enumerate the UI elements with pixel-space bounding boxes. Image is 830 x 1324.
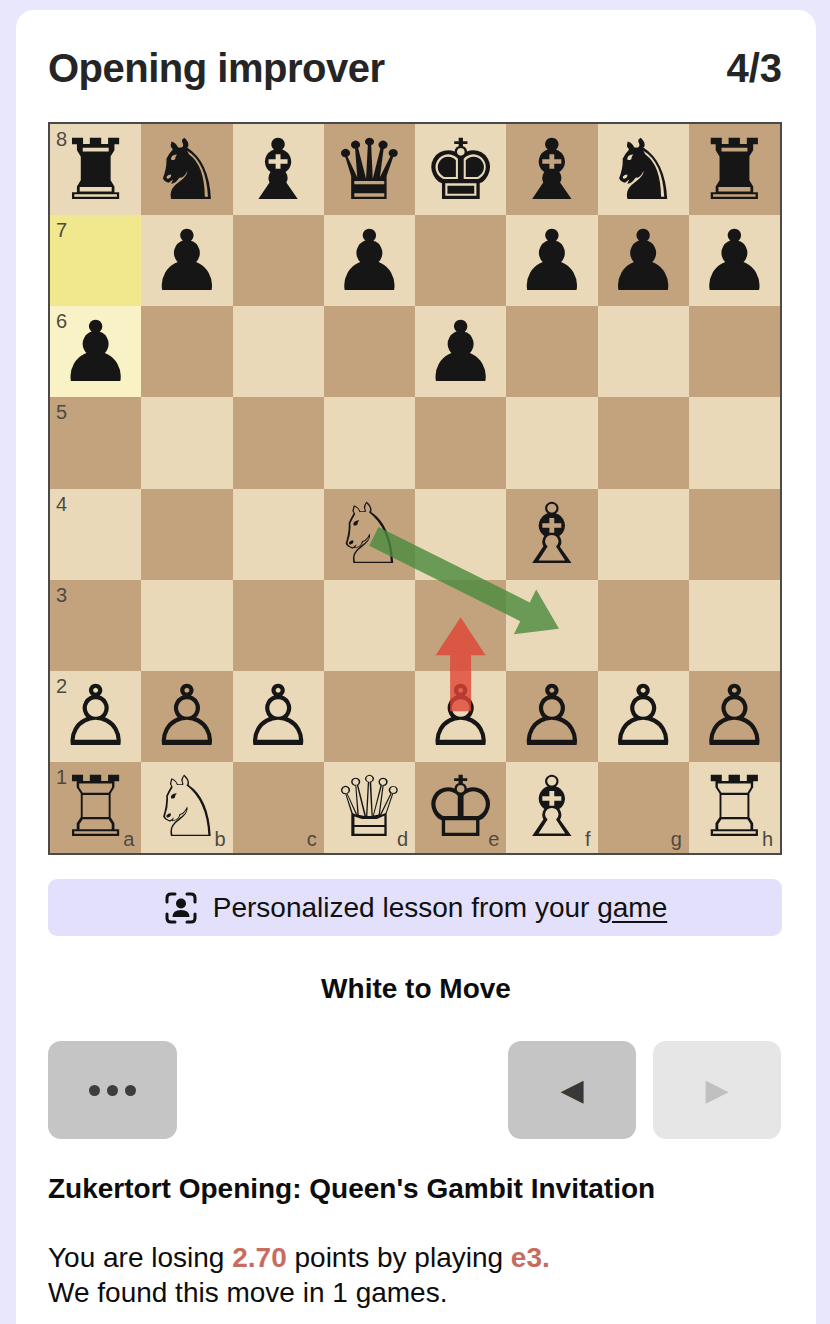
played-move: e3. xyxy=(511,1242,550,1273)
rank-label-4: 4 xyxy=(56,494,67,514)
person-frame-icon xyxy=(163,890,199,926)
file-label-c: c xyxy=(307,829,317,849)
square-d8[interactable]: ♛ xyxy=(324,124,415,215)
square-f5[interactable] xyxy=(506,397,597,488)
ellipsis-icon xyxy=(125,1085,136,1096)
file-label-f: f xyxy=(585,829,591,849)
rank-label-8: 8 xyxy=(56,129,67,149)
chess-board[interactable]: 8♜♞♝♛♚♝♞♜7♟♟♟♟♟6♟♟54♘♗32♙♙♙♙♙♙♙1a♖b♘cd♕e… xyxy=(48,122,782,855)
square-g6[interactable] xyxy=(598,306,689,397)
file-label-h: h xyxy=(762,829,773,849)
piece-white-pawn-a2[interactable]: ♙ xyxy=(58,674,133,758)
square-h5[interactable] xyxy=(689,397,780,488)
forward-button[interactable]: ▶ xyxy=(653,1041,781,1139)
piece-black-rook-h8[interactable]: ♜ xyxy=(697,128,772,212)
piece-black-rook-a8[interactable]: ♜ xyxy=(58,128,133,212)
piece-black-bishop-f8[interactable]: ♝ xyxy=(514,128,589,212)
rank-label-2: 2 xyxy=(56,676,67,696)
rank-label-5: 5 xyxy=(56,402,67,422)
square-h7[interactable]: ♟ xyxy=(689,215,780,306)
file-label-a: a xyxy=(123,829,134,849)
file-label-d: d xyxy=(397,829,408,849)
square-d7[interactable]: ♟ xyxy=(324,215,415,306)
piece-black-knight-g8[interactable]: ♞ xyxy=(605,128,680,212)
piece-black-knight-b8[interactable]: ♞ xyxy=(149,128,224,212)
game-link[interactable]: game xyxy=(597,892,667,923)
square-a6[interactable]: 6♟ xyxy=(50,306,141,397)
file-label-e: e xyxy=(488,829,499,849)
personalized-lesson-banner[interactable]: Personalized lesson from your game xyxy=(48,879,782,936)
square-e6[interactable]: ♟ xyxy=(415,306,506,397)
square-f1[interactable]: f♗ xyxy=(506,762,597,853)
square-f8[interactable]: ♝ xyxy=(506,124,597,215)
piece-white-pawn-e2[interactable]: ♙ xyxy=(423,674,498,758)
more-options-button[interactable] xyxy=(48,1041,177,1139)
square-c6[interactable] xyxy=(233,306,324,397)
square-h3[interactable] xyxy=(689,580,780,671)
piece-white-pawn-f2[interactable]: ♙ xyxy=(514,674,589,758)
banner-text: Personalized lesson from your game xyxy=(213,892,667,924)
piece-white-rook-a1[interactable]: ♖ xyxy=(58,765,133,849)
turn-indicator: White to Move xyxy=(16,973,816,1005)
square-a2[interactable]: 2♙ xyxy=(50,671,141,762)
square-b1[interactable]: b♘ xyxy=(141,762,232,853)
square-e2[interactable]: ♙ xyxy=(415,671,506,762)
square-d3[interactable] xyxy=(324,580,415,671)
rank-label-1: 1 xyxy=(56,767,67,787)
square-g3[interactable] xyxy=(598,580,689,671)
square-c7[interactable] xyxy=(233,215,324,306)
left-triangle-icon: ◀ xyxy=(560,1075,583,1105)
square-f6[interactable] xyxy=(506,306,597,397)
rank-label-6: 6 xyxy=(56,311,67,331)
square-d2[interactable] xyxy=(324,671,415,762)
square-c1[interactable]: c xyxy=(233,762,324,853)
piece-white-knight-b1[interactable]: ♘ xyxy=(149,765,224,849)
square-e8[interactable]: ♚ xyxy=(415,124,506,215)
back-button[interactable]: ◀ xyxy=(508,1041,636,1139)
piece-black-pawn-e6[interactable]: ♟ xyxy=(423,310,498,394)
piece-white-pawn-c2[interactable]: ♙ xyxy=(240,674,315,758)
square-e3[interactable] xyxy=(415,580,506,671)
square-f7[interactable]: ♟ xyxy=(506,215,597,306)
square-e1[interactable]: e♔ xyxy=(415,762,506,853)
piece-black-pawn-a6[interactable]: ♟ xyxy=(58,310,133,394)
piece-white-king-e1[interactable]: ♔ xyxy=(423,765,498,849)
piece-white-pawn-g2[interactable]: ♙ xyxy=(605,674,680,758)
piece-black-pawn-g7[interactable]: ♟ xyxy=(605,219,680,303)
square-c8[interactable]: ♝ xyxy=(233,124,324,215)
square-g4[interactable] xyxy=(598,489,689,580)
square-g1[interactable]: g xyxy=(598,762,689,853)
piece-white-rook-h1[interactable]: ♖ xyxy=(697,765,772,849)
square-h4[interactable] xyxy=(689,489,780,580)
square-b8[interactable]: ♞ xyxy=(141,124,232,215)
piece-black-king-e8[interactable]: ♚ xyxy=(423,128,498,212)
page-title: Opening improver xyxy=(48,46,385,90)
piece-black-bishop-c8[interactable]: ♝ xyxy=(240,128,315,212)
square-e7[interactable] xyxy=(415,215,506,306)
piece-white-bishop-f4[interactable]: ♗ xyxy=(514,492,589,576)
rank-label-3: 3 xyxy=(56,585,67,605)
piece-black-pawn-f7[interactable]: ♟ xyxy=(514,219,589,303)
file-label-g: g xyxy=(671,829,682,849)
piece-black-pawn-h7[interactable]: ♟ xyxy=(697,219,772,303)
ellipsis-icon xyxy=(89,1085,100,1096)
square-a3[interactable]: 3 xyxy=(50,580,141,671)
square-c3[interactable] xyxy=(233,580,324,671)
analysis-text: You are losing 2.70 points by playing e3… xyxy=(48,1240,550,1310)
piece-white-queen-d1[interactable]: ♕ xyxy=(332,765,407,849)
square-b6[interactable] xyxy=(141,306,232,397)
square-c2[interactable]: ♙ xyxy=(233,671,324,762)
square-g7[interactable]: ♟ xyxy=(598,215,689,306)
file-label-b: b xyxy=(214,829,225,849)
square-e5[interactable] xyxy=(415,397,506,488)
piece-white-knight-d4[interactable]: ♘ xyxy=(332,492,407,576)
square-e4[interactable] xyxy=(415,489,506,580)
square-f4[interactable]: ♗ xyxy=(506,489,597,580)
square-f3[interactable] xyxy=(506,580,597,671)
progress-counter: 4/3 xyxy=(726,46,782,90)
square-a5[interactable]: 5 xyxy=(50,397,141,488)
square-h1[interactable]: h♖ xyxy=(689,762,780,853)
square-b7[interactable]: ♟ xyxy=(141,215,232,306)
square-c4[interactable] xyxy=(233,489,324,580)
right-triangle-icon: ▶ xyxy=(705,1075,728,1105)
opening-name: Zukertort Opening: Queen's Gambit Invita… xyxy=(48,1173,655,1205)
square-b4[interactable] xyxy=(141,489,232,580)
square-a8[interactable]: 8♜ xyxy=(50,124,141,215)
square-g5[interactable] xyxy=(598,397,689,488)
square-g8[interactable]: ♞ xyxy=(598,124,689,215)
square-f2[interactable]: ♙ xyxy=(506,671,597,762)
square-h8[interactable]: ♜ xyxy=(689,124,780,215)
piece-black-pawn-b7[interactable]: ♟ xyxy=(149,219,224,303)
page-background: Opening improver 4/3 8♜♞♝♛♚♝♞♜7♟♟♟♟♟6♟♟5… xyxy=(0,0,830,1324)
square-d5[interactable] xyxy=(324,397,415,488)
square-b3[interactable] xyxy=(141,580,232,671)
piece-white-pawn-h2[interactable]: ♙ xyxy=(697,674,772,758)
piece-black-queen-d8[interactable]: ♛ xyxy=(332,128,407,212)
square-h2[interactable]: ♙ xyxy=(689,671,780,762)
square-a4[interactable]: 4 xyxy=(50,489,141,580)
games-count: 1 xyxy=(332,1277,348,1308)
square-a1[interactable]: 1a♖ xyxy=(50,762,141,853)
square-b5[interactable] xyxy=(141,397,232,488)
square-g2[interactable]: ♙ xyxy=(598,671,689,762)
ellipsis-icon xyxy=(107,1085,118,1096)
lesson-card: Opening improver 4/3 8♜♞♝♛♚♝♞♜7♟♟♟♟♟6♟♟5… xyxy=(16,10,816,1324)
square-b2[interactable]: ♙ xyxy=(141,671,232,762)
square-a7[interactable]: 7 xyxy=(50,215,141,306)
square-d6[interactable] xyxy=(324,306,415,397)
square-d4[interactable]: ♘ xyxy=(324,489,415,580)
piece-white-pawn-b2[interactable]: ♙ xyxy=(149,674,224,758)
piece-black-pawn-d7[interactable]: ♟ xyxy=(332,219,407,303)
piece-white-bishop-f1[interactable]: ♗ xyxy=(514,765,589,849)
rank-label-7: 7 xyxy=(56,220,67,240)
square-h6[interactable] xyxy=(689,306,780,397)
square-d1[interactable]: d♕ xyxy=(324,762,415,853)
square-c5[interactable] xyxy=(233,397,324,488)
points-lost: 2.70 xyxy=(232,1242,287,1273)
